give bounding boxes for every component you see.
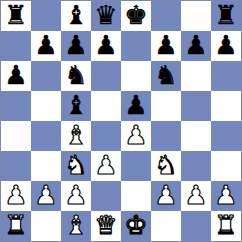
- black-bishop: ♝: [64, 2, 87, 28]
- square-c4[interactable]: ♝: [61, 121, 91, 151]
- square-a6[interactable]: ♟: [1, 61, 31, 91]
- black-pawn: ♟: [214, 32, 237, 58]
- square-a8[interactable]: ♜: [1, 1, 31, 31]
- square-g6[interactable]: [181, 61, 211, 91]
- square-b7[interactable]: ♟: [31, 31, 61, 61]
- black-pawn: ♟: [64, 32, 87, 58]
- square-f1[interactable]: [151, 211, 181, 241]
- square-d1[interactable]: ♛: [91, 211, 121, 241]
- square-d6[interactable]: [91, 61, 121, 91]
- black-bishop: ♝: [64, 92, 87, 118]
- black-knight: ♞: [64, 62, 87, 88]
- white-bishop: ♝: [64, 122, 87, 148]
- white-queen: ♛: [94, 212, 117, 238]
- square-c6[interactable]: ♞: [61, 61, 91, 91]
- white-rook: ♜: [214, 212, 237, 238]
- square-b8[interactable]: [31, 1, 61, 31]
- square-b2[interactable]: ♟: [31, 181, 61, 211]
- square-e1[interactable]: ♚: [121, 211, 151, 241]
- black-knight: ♞: [154, 62, 177, 88]
- square-g3[interactable]: [181, 151, 211, 181]
- square-g2[interactable]: ♟: [181, 181, 211, 211]
- square-h6[interactable]: [211, 61, 241, 91]
- square-a7[interactable]: [1, 31, 31, 61]
- square-b1[interactable]: [31, 211, 61, 241]
- square-c1[interactable]: ♝: [61, 211, 91, 241]
- square-g4[interactable]: [181, 121, 211, 151]
- square-a4[interactable]: [1, 121, 31, 151]
- white-pawn: ♟: [4, 182, 27, 208]
- square-c5[interactable]: ♝: [61, 91, 91, 121]
- square-d4[interactable]: [91, 121, 121, 151]
- square-h2[interactable]: ♟: [211, 181, 241, 211]
- square-f3[interactable]: ♞: [151, 151, 181, 181]
- square-g7[interactable]: ♟: [181, 31, 211, 61]
- white-king: ♚: [124, 212, 147, 238]
- square-e5[interactable]: ♟: [121, 91, 151, 121]
- square-e4[interactable]: ♟: [121, 121, 151, 151]
- square-e7[interactable]: [121, 31, 151, 61]
- white-pawn: ♟: [34, 182, 57, 208]
- black-pawn: ♟: [4, 62, 27, 88]
- black-king: ♚: [124, 2, 147, 28]
- square-c2[interactable]: ♟: [61, 181, 91, 211]
- black-pawn: ♟: [34, 32, 57, 58]
- square-f4[interactable]: [151, 121, 181, 151]
- white-knight: ♞: [64, 152, 87, 178]
- white-pawn: ♟: [94, 152, 117, 178]
- white-pawn: ♟: [64, 182, 87, 208]
- square-b6[interactable]: [31, 61, 61, 91]
- square-a3[interactable]: [1, 151, 31, 181]
- square-d3[interactable]: ♟: [91, 151, 121, 181]
- square-e8[interactable]: ♚: [121, 1, 151, 31]
- square-f2[interactable]: ♟: [151, 181, 181, 211]
- white-pawn: ♟: [124, 122, 147, 148]
- square-f7[interactable]: ♟: [151, 31, 181, 61]
- square-g8[interactable]: [181, 1, 211, 31]
- square-e6[interactable]: [121, 61, 151, 91]
- square-d7[interactable]: ♟: [91, 31, 121, 61]
- square-h4[interactable]: [211, 121, 241, 151]
- black-queen: ♛: [94, 2, 117, 28]
- square-e3[interactable]: [121, 151, 151, 181]
- square-d2[interactable]: [91, 181, 121, 211]
- black-rook: ♜: [4, 2, 27, 28]
- white-rook: ♜: [4, 212, 27, 238]
- white-pawn: ♟: [154, 182, 177, 208]
- white-pawn: ♟: [184, 182, 207, 208]
- square-h8[interactable]: ♜: [211, 1, 241, 31]
- square-b5[interactable]: [31, 91, 61, 121]
- square-c3[interactable]: ♞: [61, 151, 91, 181]
- white-pawn: ♟: [214, 182, 237, 208]
- white-knight: ♞: [154, 152, 177, 178]
- black-pawn: ♟: [94, 32, 117, 58]
- square-a5[interactable]: [1, 91, 31, 121]
- square-e2[interactable]: [121, 181, 151, 211]
- square-h1[interactable]: ♜: [211, 211, 241, 241]
- square-d5[interactable]: [91, 91, 121, 121]
- square-c8[interactable]: ♝: [61, 1, 91, 31]
- black-pawn: ♟: [184, 32, 207, 58]
- chess-board: ♜♝♛♚♜♟♟♟♟♟♟♟♞♞♝♟♝♟♞♟♞♟♟♟♟♟♟♜♝♛♚♜: [0, 0, 242, 242]
- black-rook: ♜: [214, 2, 237, 28]
- square-h7[interactable]: ♟: [211, 31, 241, 61]
- square-h3[interactable]: [211, 151, 241, 181]
- square-a1[interactable]: ♜: [1, 211, 31, 241]
- square-b4[interactable]: [31, 121, 61, 151]
- black-pawn: ♟: [154, 32, 177, 58]
- square-c7[interactable]: ♟: [61, 31, 91, 61]
- white-bishop: ♝: [64, 212, 87, 238]
- square-d8[interactable]: ♛: [91, 1, 121, 31]
- square-g1[interactable]: [181, 211, 211, 241]
- square-b3[interactable]: [31, 151, 61, 181]
- square-g5[interactable]: [181, 91, 211, 121]
- black-pawn: ♟: [124, 92, 147, 118]
- square-f6[interactable]: ♞: [151, 61, 181, 91]
- square-a2[interactable]: ♟: [1, 181, 31, 211]
- square-h5[interactable]: [211, 91, 241, 121]
- square-f5[interactable]: [151, 91, 181, 121]
- square-f8[interactable]: [151, 1, 181, 31]
